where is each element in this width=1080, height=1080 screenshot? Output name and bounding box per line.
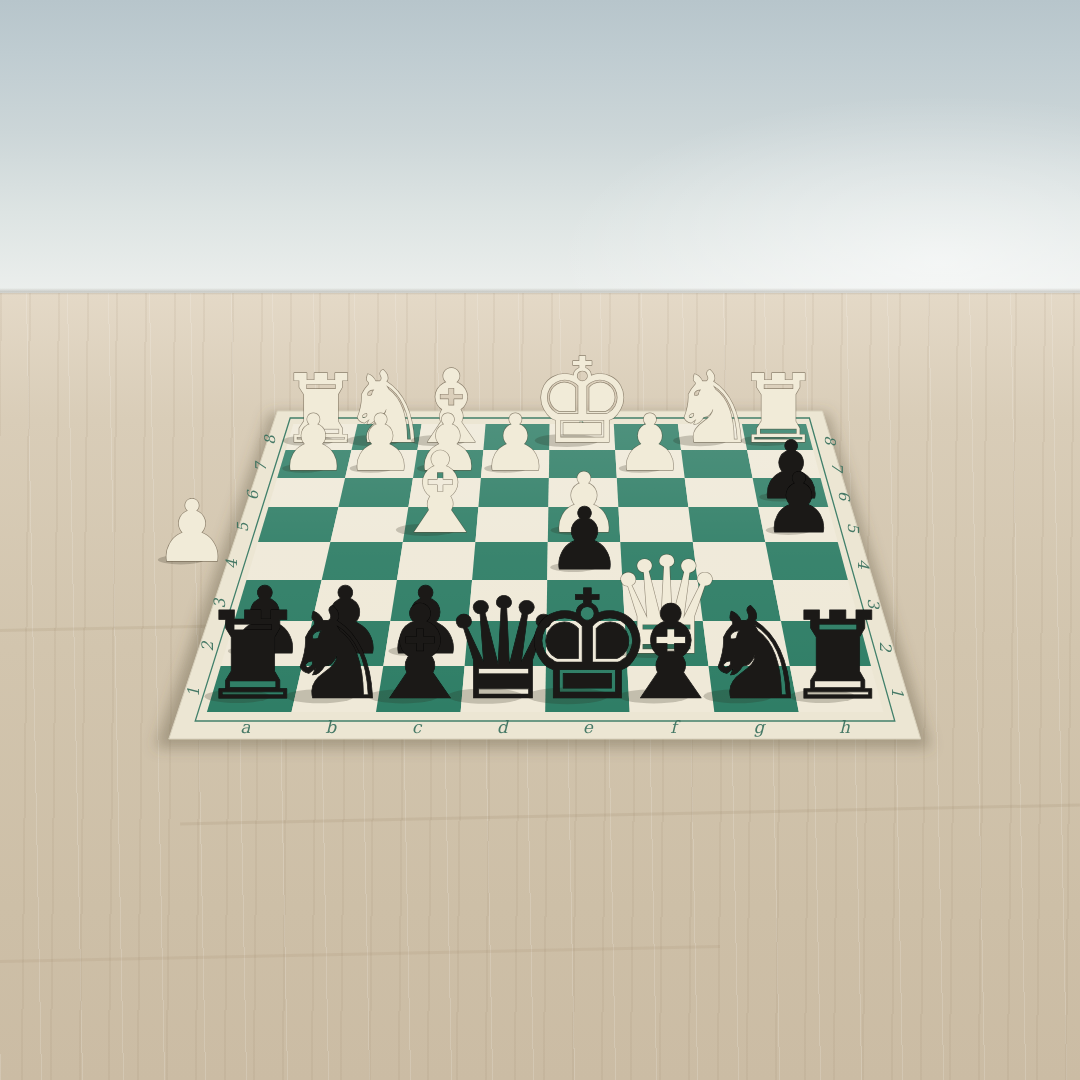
rank-label-right-4: 4	[854, 559, 872, 569]
captured-white-pawn: ♟	[154, 482, 231, 581]
white-pawn-a7: ♟	[278, 398, 348, 488]
rank-label-left-6: 6	[244, 489, 262, 500]
rank-label-left-5: 5	[234, 521, 252, 532]
white-pawn-d7: ♟	[480, 398, 550, 488]
chessboard: aabbccddeeffgghh1122334455667788♜♞♝♚♞♜♟♟…	[0, 0, 1080, 1080]
black-rook-h1: ♜	[784, 586, 892, 726]
black-pawn-h5: ♟	[762, 455, 836, 552]
rank-label-left-8: 8	[261, 434, 278, 445]
photo-scene: aabbccddeeffgghh1122334455667788♜♞♝♚♞♜♟♟…	[0, 0, 1080, 1080]
rank-label-right-5: 5	[844, 523, 862, 534]
white-pawn-f7: ♟	[615, 398, 685, 488]
white-bishop-c5: ♝	[390, 429, 490, 558]
rank-label-right-6: 6	[835, 491, 853, 502]
